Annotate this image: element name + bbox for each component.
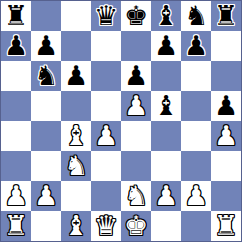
square-g1[interactable] (181, 211, 211, 241)
square-g6[interactable] (181, 61, 211, 91)
piece-black-rook[interactable]: ♜ (214, 1, 238, 31)
piece-black-pawn[interactable]: ♟ (184, 31, 208, 61)
square-a3[interactable] (1, 151, 31, 181)
square-g7[interactable]: ♟ (181, 31, 211, 61)
square-e8[interactable]: ♚ (121, 1, 151, 31)
square-a1[interactable]: ♜ (1, 211, 31, 241)
square-c5[interactable] (61, 91, 91, 121)
square-d3[interactable] (91, 151, 121, 181)
piece-white-pawn[interactable]: ♟ (154, 181, 178, 211)
square-b5[interactable] (31, 91, 61, 121)
square-f2[interactable]: ♟ (151, 181, 181, 211)
square-a5[interactable] (1, 91, 31, 121)
square-e7[interactable] (121, 31, 151, 61)
square-e3[interactable] (121, 151, 151, 181)
square-e5[interactable]: ♟ (121, 91, 151, 121)
square-h1[interactable]: ♜ (211, 211, 241, 241)
square-c8[interactable] (61, 1, 91, 31)
piece-black-king[interactable]: ♚ (124, 1, 148, 31)
square-e1[interactable]: ♚ (121, 211, 151, 241)
square-a2[interactable]: ♟ (1, 181, 31, 211)
piece-white-knight[interactable]: ♞ (64, 151, 88, 181)
square-a8[interactable]: ♜ (1, 1, 31, 31)
piece-white-pawn[interactable]: ♟ (184, 181, 208, 211)
square-e2[interactable]: ♞ (121, 181, 151, 211)
square-b6[interactable]: ♞ (31, 61, 61, 91)
piece-black-pawn[interactable]: ♟ (214, 91, 238, 121)
square-h8[interactable]: ♜ (211, 1, 241, 31)
piece-black-knight[interactable]: ♞ (184, 1, 208, 31)
piece-white-pawn[interactable]: ♟ (214, 121, 238, 151)
square-f5[interactable]: ♝ (151, 91, 181, 121)
piece-black-pawn[interactable]: ♟ (64, 61, 88, 91)
square-h2[interactable] (211, 181, 241, 211)
chess-board-container: ♜♛♚♝♞♜♟♟♟♟♞♟♟♟♝♟♝♟♟♞♟♟♞♟♟♜♝♛♚♜ (0, 0, 242, 242)
piece-black-pawn[interactable]: ♟ (154, 31, 178, 61)
piece-white-king[interactable]: ♚ (124, 211, 148, 241)
square-d6[interactable] (91, 61, 121, 91)
square-d8[interactable]: ♛ (91, 1, 121, 31)
square-c4[interactable]: ♝ (61, 121, 91, 151)
piece-white-bishop[interactable]: ♝ (64, 211, 88, 241)
square-f1[interactable] (151, 211, 181, 241)
square-d5[interactable] (91, 91, 121, 121)
square-d2[interactable] (91, 181, 121, 211)
square-h3[interactable] (211, 151, 241, 181)
square-g8[interactable]: ♞ (181, 1, 211, 31)
piece-black-pawn[interactable]: ♟ (4, 31, 28, 61)
square-c1[interactable]: ♝ (61, 211, 91, 241)
square-h7[interactable] (211, 31, 241, 61)
square-b7[interactable]: ♟ (31, 31, 61, 61)
square-b8[interactable] (31, 1, 61, 31)
square-f8[interactable]: ♝ (151, 1, 181, 31)
square-h6[interactable] (211, 61, 241, 91)
square-b3[interactable] (31, 151, 61, 181)
piece-black-bishop[interactable]: ♝ (154, 1, 178, 31)
square-a7[interactable]: ♟ (1, 31, 31, 61)
square-f6[interactable] (151, 61, 181, 91)
square-f4[interactable] (151, 121, 181, 151)
piece-black-rook[interactable]: ♜ (4, 1, 28, 31)
piece-white-rook[interactable]: ♜ (4, 211, 28, 241)
square-c3[interactable]: ♞ (61, 151, 91, 181)
piece-white-pawn[interactable]: ♟ (4, 181, 28, 211)
square-h5[interactable]: ♟ (211, 91, 241, 121)
piece-white-pawn[interactable]: ♟ (94, 121, 118, 151)
square-f3[interactable] (151, 151, 181, 181)
square-e6[interactable]: ♟ (121, 61, 151, 91)
square-c6[interactable]: ♟ (61, 61, 91, 91)
square-g3[interactable] (181, 151, 211, 181)
square-e4[interactable] (121, 121, 151, 151)
piece-black-pawn[interactable]: ♟ (34, 31, 58, 61)
chess-board: ♜♛♚♝♞♜♟♟♟♟♞♟♟♟♝♟♝♟♟♞♟♟♞♟♟♜♝♛♚♜ (0, 0, 242, 242)
square-f7[interactable]: ♟ (151, 31, 181, 61)
square-d7[interactable] (91, 31, 121, 61)
square-b2[interactable]: ♟ (31, 181, 61, 211)
square-b1[interactable] (31, 211, 61, 241)
square-g4[interactable] (181, 121, 211, 151)
square-a6[interactable] (1, 61, 31, 91)
piece-black-pawn[interactable]: ♟ (124, 61, 148, 91)
piece-white-knight[interactable]: ♞ (124, 181, 148, 211)
piece-black-knight[interactable]: ♞ (34, 61, 58, 91)
square-c7[interactable] (61, 31, 91, 61)
square-d4[interactable]: ♟ (91, 121, 121, 151)
square-b4[interactable] (31, 121, 61, 151)
square-h4[interactable]: ♟ (211, 121, 241, 151)
square-c2[interactable] (61, 181, 91, 211)
square-d1[interactable]: ♛ (91, 211, 121, 241)
piece-white-pawn[interactable]: ♟ (34, 181, 58, 211)
piece-white-rook[interactable]: ♜ (214, 211, 238, 241)
square-a4[interactable] (1, 121, 31, 151)
piece-white-queen[interactable]: ♛ (94, 211, 118, 241)
square-g5[interactable] (181, 91, 211, 121)
piece-black-queen[interactable]: ♛ (94, 1, 118, 31)
piece-white-bishop[interactable]: ♝ (64, 121, 88, 151)
square-g2[interactable]: ♟ (181, 181, 211, 211)
piece-white-pawn[interactable]: ♟ (124, 91, 148, 121)
piece-black-bishop[interactable]: ♝ (154, 91, 178, 121)
